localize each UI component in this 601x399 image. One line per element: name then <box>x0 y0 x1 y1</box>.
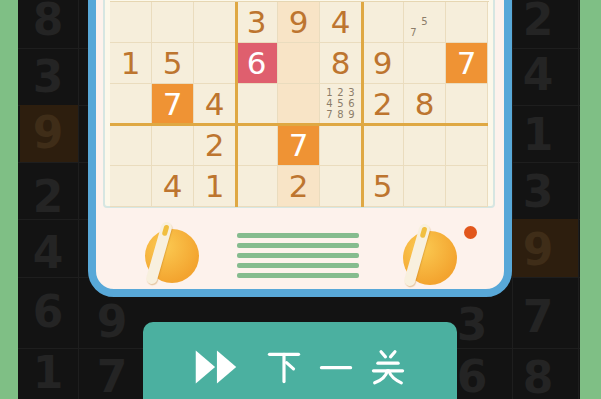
cell-r3c6[interactable]: 123456789 <box>320 84 362 125</box>
bg-number: 3 <box>523 170 554 214</box>
cell-r4c1[interactable] <box>110 125 152 166</box>
cell-r2c7[interactable]: 9 <box>362 43 404 84</box>
sudoku-board: 394571568977412345678928274125 <box>110 1 489 207</box>
cell-r4c5[interactable]: 7 <box>278 125 320 166</box>
box-line-horizontal <box>110 123 488 126</box>
next-level-button[interactable]: 下一关 <box>143 322 457 399</box>
cell-r5c8[interactable] <box>404 166 446 207</box>
cell-r2c3[interactable] <box>194 43 236 84</box>
knob-button-left[interactable] <box>145 229 199 283</box>
bg-number: 1 <box>523 113 554 157</box>
bg-number: 9 <box>523 228 554 272</box>
speaker-line <box>237 243 359 248</box>
cell-r5c9[interactable] <box>446 166 488 207</box>
knob-button-right[interactable] <box>403 231 457 285</box>
cell-r2c2[interactable]: 5 <box>152 43 194 84</box>
pencil-mark: 7 <box>324 110 335 120</box>
bg-number: 3 <box>33 55 64 99</box>
cell-r5c2[interactable]: 4 <box>152 166 194 207</box>
cell-r3c3[interactable]: 4 <box>194 84 236 125</box>
cell-r2c6[interactable]: 8 <box>320 43 362 84</box>
cell-r5c6[interactable] <box>320 166 362 207</box>
cell-r2c4[interactable]: 6 <box>236 43 278 84</box>
speaker-line <box>237 273 359 278</box>
cell-r1c1[interactable] <box>110 2 152 43</box>
cell-r1c5[interactable]: 9 <box>278 2 320 43</box>
cell-r4c8[interactable] <box>404 125 446 166</box>
bg-number: 1 <box>33 351 64 395</box>
cell-r2c1[interactable]: 1 <box>110 43 152 84</box>
cell-r3c2[interactable]: 7 <box>152 84 194 125</box>
bg-number: 8 <box>523 356 554 399</box>
bg-number: 4 <box>33 231 64 275</box>
cell-r1c8[interactable]: 57 <box>404 2 446 43</box>
cell-r5c5[interactable]: 2 <box>278 166 320 207</box>
bg-number: 6 <box>33 290 64 334</box>
glyph-guan <box>369 347 407 387</box>
pencil-mark: 2 <box>335 88 346 98</box>
bg-number: 6 <box>457 355 488 399</box>
speaker-line <box>237 253 359 258</box>
bg-number: 2 <box>523 0 554 42</box>
speaker-line <box>237 233 359 238</box>
cell-r1c3[interactable] <box>194 2 236 43</box>
cell-r1c2[interactable] <box>152 2 194 43</box>
next-level-label <box>265 347 407 387</box>
notification-dot <box>464 226 477 239</box>
cell-r4c6[interactable] <box>320 125 362 166</box>
fast-forward-icon <box>193 348 239 386</box>
cell-r1c7[interactable] <box>362 2 404 43</box>
cell-r2c5[interactable] <box>278 43 320 84</box>
cell-r3c7[interactable]: 2 <box>362 84 404 125</box>
bg-number: 9 <box>33 111 64 155</box>
bg-number: 7 <box>97 355 128 399</box>
page-edge-left <box>0 0 18 399</box>
cell-r2c9[interactable]: 7 <box>446 43 488 84</box>
cell-r4c3[interactable]: 2 <box>194 125 236 166</box>
cell-r5c3[interactable]: 1 <box>194 166 236 207</box>
bg-grid-line <box>512 0 513 399</box>
glyph-xia <box>265 347 303 387</box>
pencil-mark: 1 <box>324 88 335 98</box>
box-line-vertical-1 <box>235 2 238 207</box>
cell-r4c9[interactable] <box>446 125 488 166</box>
cell-r5c1[interactable] <box>110 166 152 207</box>
pencil-mark: 3 <box>346 88 357 98</box>
speaker-line <box>237 263 359 268</box>
bg-number: 3 <box>457 303 488 347</box>
cell-r3c5[interactable] <box>278 84 320 125</box>
cell-r5c4[interactable] <box>236 166 278 207</box>
pencil-mark: 7 <box>408 28 419 38</box>
speaker-lines <box>237 233 359 283</box>
bg-number: 7 <box>523 295 554 339</box>
bg-grid-line <box>578 0 579 399</box>
bg-number: 4 <box>523 53 554 97</box>
pencil-mark: 6 <box>346 99 357 109</box>
pencil-mark: 5 <box>335 99 346 109</box>
glyph-yi <box>317 347 355 387</box>
cell-r4c2[interactable] <box>152 125 194 166</box>
bg-number: 8 <box>33 0 64 42</box>
cell-r1c6[interactable]: 4 <box>320 2 362 43</box>
cell-r3c4[interactable] <box>236 84 278 125</box>
box-line-vertical-2 <box>361 2 364 207</box>
pencil-mark: 8 <box>335 110 346 120</box>
pencil-mark: 5 <box>419 17 430 27</box>
cell-r4c7[interactable] <box>362 125 404 166</box>
cell-r2c8[interactable] <box>404 43 446 84</box>
cell-r4c4[interactable] <box>236 125 278 166</box>
cell-r5c7[interactable]: 5 <box>362 166 404 207</box>
cell-r3c8[interactable]: 8 <box>404 84 446 125</box>
page-edge-right <box>580 0 601 399</box>
sudoku-grid: 394571568977412345678928274125 <box>110 2 489 207</box>
bg-grid-line <box>78 0 79 399</box>
bg-number: 2 <box>33 175 64 219</box>
sudoku-game-screen: 839246124139789736 394571568977412345678… <box>0 0 601 399</box>
cell-r3c1[interactable] <box>110 84 152 125</box>
cell-r1c4[interactable]: 3 <box>236 2 278 43</box>
pencil-mark: 9 <box>346 110 357 120</box>
bg-number: 9 <box>97 300 128 344</box>
cell-r1c9[interactable] <box>446 2 488 43</box>
pencil-mark: 4 <box>324 99 335 109</box>
cell-r3c9[interactable] <box>446 84 488 125</box>
